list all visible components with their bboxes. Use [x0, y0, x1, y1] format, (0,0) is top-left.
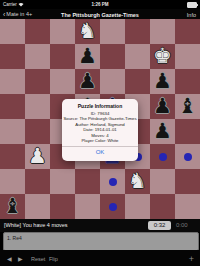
square-c7[interactable]: [50, 44, 75, 69]
square-e7[interactable]: [100, 44, 125, 69]
black-bishop-a1[interactable]: ♝: [0, 194, 25, 219]
square-f8[interactable]: [125, 19, 150, 44]
square-g4[interactable]: ♟: [150, 119, 175, 144]
status-bar: Carrier 1:26 PM: [0, 0, 200, 9]
white-knight-d8[interactable]: ♞: [75, 19, 100, 44]
square-h1[interactable]: [175, 194, 200, 219]
square-d6[interactable]: ♟: [75, 69, 100, 94]
active-timer: 0:32: [148, 221, 171, 230]
square-h6[interactable]: [175, 69, 200, 94]
popup-body: ID: 79634Source: The Pittsburgh Gazette-…: [63, 111, 136, 143]
square-b6[interactable]: [25, 69, 50, 94]
turn-status-text: [White] You have 4 moves: [4, 222, 68, 228]
square-g6[interactable]: ♟: [150, 69, 175, 94]
flip-button[interactable]: Flip: [49, 256, 58, 262]
previous-move-button[interactable]: ◀: [7, 255, 12, 262]
black-bishop-h5[interactable]: ♝: [175, 94, 200, 119]
bottom-toolbar: ◀ ▶ Reset Flip +: [0, 250, 200, 266]
black-pawn-g4[interactable]: ♟: [150, 119, 175, 144]
white-knight-f2[interactable]: ♞: [125, 169, 150, 194]
turn-status-bar: [White] You have 4 moves 0:32 0:00: [0, 219, 200, 232]
secondary-timer: 0:00: [176, 222, 188, 228]
square-f1[interactable]: [125, 194, 150, 219]
square-c1[interactable]: [50, 194, 75, 219]
legal-move-dot-g3[interactable]: [159, 153, 167, 161]
square-h4[interactable]: [175, 119, 200, 144]
legal-move-dot-e2[interactable]: [109, 178, 117, 186]
move-list: 1. Re4: [3, 232, 199, 251]
square-f2[interactable]: ♞: [125, 169, 150, 194]
square-g5[interactable]: ♟: [150, 94, 175, 119]
ok-button[interactable]: OK: [62, 147, 138, 159]
move-list-text: 1. Re4: [4, 233, 198, 241]
square-a8[interactable]: [0, 19, 25, 44]
square-a6[interactable]: [0, 69, 25, 94]
square-g3[interactable]: [150, 144, 175, 169]
square-f7[interactable]: [125, 44, 150, 69]
square-a7[interactable]: [0, 44, 25, 69]
legal-move-dot-h3[interactable]: [184, 153, 192, 161]
square-h5[interactable]: ♝: [175, 94, 200, 119]
square-e6[interactable]: [100, 69, 125, 94]
black-pawn-d7[interactable]: ♟: [75, 44, 100, 69]
black-pawn-d6[interactable]: ♟: [75, 69, 100, 94]
legal-move-dot-e1[interactable]: [109, 203, 117, 211]
nav-bar: ‹ Mate in 4+ The Pittsburgh Gazette-Time…: [0, 9, 200, 19]
square-g1[interactable]: [150, 194, 175, 219]
square-h3[interactable]: [175, 144, 200, 169]
square-a1[interactable]: ♝: [0, 194, 25, 219]
square-d2[interactable]: [75, 169, 100, 194]
puzzle-info-popup: Puzzle Information ID: 79634Source: The …: [62, 99, 138, 161]
square-e8[interactable]: [100, 19, 125, 44]
white-king-g7[interactable]: ♚: [150, 44, 175, 69]
clock-time: 1:26 PM: [0, 2, 200, 7]
reset-button[interactable]: Reset: [31, 256, 45, 262]
square-c8[interactable]: [50, 19, 75, 44]
page-title: The Pittsburgh Gazette-Times: [0, 12, 200, 18]
next-move-button[interactable]: ▶: [18, 255, 23, 262]
square-b3[interactable]: ♟: [25, 144, 50, 169]
square-d1[interactable]: [75, 194, 100, 219]
square-b5[interactable]: [25, 94, 50, 119]
white-pawn-b3[interactable]: ♟: [25, 144, 50, 169]
square-b4[interactable]: [25, 119, 50, 144]
square-b2[interactable]: [25, 169, 50, 194]
square-h2[interactable]: [175, 169, 200, 194]
square-b8[interactable]: [25, 19, 50, 44]
square-h8[interactable]: [175, 19, 200, 44]
square-c2[interactable]: [50, 169, 75, 194]
square-f6[interactable]: [125, 69, 150, 94]
square-g8[interactable]: [150, 19, 175, 44]
square-g7[interactable]: ♚: [150, 44, 175, 69]
square-a3[interactable]: [0, 144, 25, 169]
square-a2[interactable]: [0, 169, 25, 194]
popup-title: Puzzle Information: [78, 103, 122, 109]
square-c6[interactable]: [50, 69, 75, 94]
square-a4[interactable]: [0, 119, 25, 144]
square-e1[interactable]: [100, 194, 125, 219]
square-e2[interactable]: [100, 169, 125, 194]
square-b7[interactable]: [25, 44, 50, 69]
square-a5[interactable]: [0, 94, 25, 119]
square-b1[interactable]: [25, 194, 50, 219]
info-button[interactable]: Info: [187, 12, 196, 18]
battery-icon: [187, 2, 197, 8]
black-pawn-g6[interactable]: ♟: [150, 69, 175, 94]
square-d8[interactable]: ♞: [75, 19, 100, 44]
square-d7[interactable]: ♟: [75, 44, 100, 69]
square-g2[interactable]: [150, 169, 175, 194]
plus-button[interactable]: +: [189, 254, 194, 264]
black-pawn-g5[interactable]: ♟: [150, 94, 175, 119]
popup-info-line: Player Color: White: [63, 138, 136, 143]
square-h7[interactable]: [175, 44, 200, 69]
